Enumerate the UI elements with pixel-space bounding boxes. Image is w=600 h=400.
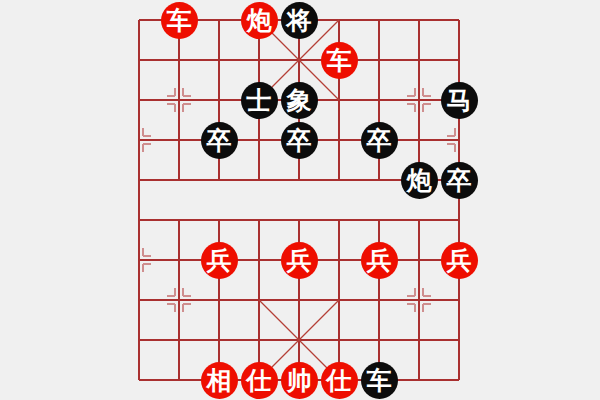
piece-black-soldier[interactable]: 卒 [281,122,318,159]
board-point: 将 [279,0,319,40]
piece-black-cannon[interactable]: 炮 [401,162,438,199]
board-point: 兵 [359,240,399,280]
board-point: 炮 [239,0,279,40]
piece-black-chariot[interactable]: 车 [361,362,398,399]
piece-red-elephant[interactable]: 相 [201,362,238,399]
board-point: 卒 [359,120,399,160]
piece-red-general[interactable]: 帅 [281,362,318,399]
board-point: 车 [159,0,199,40]
piece-red-soldier[interactable]: 兵 [361,242,398,279]
piece-black-soldier[interactable]: 卒 [201,122,238,159]
board-point: 马 [439,80,479,120]
board-point: 兵 [279,240,319,280]
piece-black-horse[interactable]: 马 [441,82,478,119]
piece-black-general[interactable]: 将 [281,2,318,39]
board-point: 卒 [199,120,239,160]
pieces-layer: 车炮将车士象马卒卒卒炮卒兵兵兵兵相仕帅仕车 [119,0,479,400]
board-point: 象 [279,80,319,120]
board-point: 帅 [279,360,319,400]
piece-red-cannon[interactable]: 炮 [241,2,278,39]
board-point: 车 [359,360,399,400]
board-point: 炮 [399,160,439,200]
piece-red-soldier[interactable]: 兵 [201,242,238,279]
piece-black-soldier[interactable]: 卒 [441,162,478,199]
piece-red-advisor[interactable]: 仕 [241,362,278,399]
board-point: 兵 [439,240,479,280]
board-point: 卒 [279,120,319,160]
xiangqi-board[interactable]: 车炮将车士象马卒卒卒炮卒兵兵兵兵相仕帅仕车 [0,0,600,400]
board-point: 仕 [319,360,359,400]
piece-red-chariot[interactable]: 车 [321,42,358,79]
xiangqi-app: 车炮将车士象马卒卒卒炮卒兵兵兵兵相仕帅仕车 [0,0,600,400]
piece-red-soldier[interactable]: 兵 [441,242,478,279]
piece-black-advisor[interactable]: 士 [241,82,278,119]
board-point: 车 [319,40,359,80]
board-point: 卒 [439,160,479,200]
piece-red-advisor[interactable]: 仕 [321,362,358,399]
board-point: 仕 [239,360,279,400]
piece-red-chariot[interactable]: 车 [161,2,198,39]
piece-black-elephant[interactable]: 象 [281,82,318,119]
board-point: 士 [239,80,279,120]
board-point: 兵 [199,240,239,280]
piece-red-soldier[interactable]: 兵 [281,242,318,279]
piece-black-soldier[interactable]: 卒 [361,122,398,159]
board-point: 相 [199,360,239,400]
